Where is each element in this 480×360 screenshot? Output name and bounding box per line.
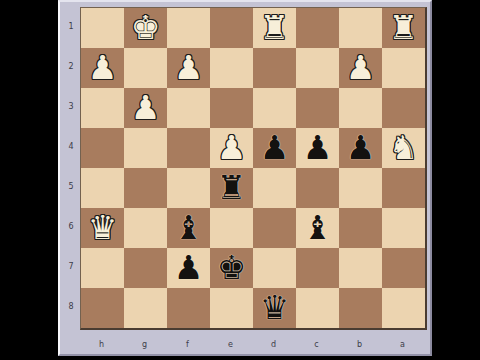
white-queen[interactable]: ♛ xyxy=(88,208,118,248)
square-e1[interactable] xyxy=(210,8,253,48)
square-e7[interactable]: ♚ xyxy=(210,248,253,288)
square-f6[interactable]: ♝ xyxy=(167,208,210,248)
square-g6[interactable] xyxy=(124,208,167,248)
white-pawn[interactable]: ♟ xyxy=(88,48,118,88)
square-c8[interactable] xyxy=(296,288,339,328)
rank-label-3: 3 xyxy=(64,87,78,127)
board-frame: ♚♜♜♟♟♟♟♟♟♟♟♞♜♛♝♝♟♚♛ 12345678 hgfedcba xyxy=(58,0,432,356)
square-f1[interactable] xyxy=(167,8,210,48)
square-g4[interactable] xyxy=(124,128,167,168)
file-label-c: c xyxy=(295,338,338,352)
square-d5[interactable] xyxy=(253,168,296,208)
black-bishop[interactable]: ♝ xyxy=(303,208,333,248)
square-b3[interactable] xyxy=(339,88,382,128)
square-d6[interactable] xyxy=(253,208,296,248)
square-f7[interactable]: ♟ xyxy=(167,248,210,288)
square-g7[interactable] xyxy=(124,248,167,288)
square-c1[interactable] xyxy=(296,8,339,48)
white-king[interactable]: ♚ xyxy=(131,8,161,48)
square-f8[interactable] xyxy=(167,288,210,328)
white-pawn[interactable]: ♟ xyxy=(174,48,204,88)
square-f5[interactable] xyxy=(167,168,210,208)
square-g2[interactable] xyxy=(124,48,167,88)
chess-app-canvas: ♚♜♜♟♟♟♟♟♟♟♟♞♜♛♝♝♟♚♛ 12345678 hgfedcba xyxy=(0,0,480,360)
file-label-b: b xyxy=(338,338,381,352)
square-g1[interactable]: ♚ xyxy=(124,8,167,48)
square-e5[interactable]: ♜ xyxy=(210,168,253,208)
black-king[interactable]: ♚ xyxy=(217,248,247,288)
square-c5[interactable] xyxy=(296,168,339,208)
square-h4[interactable] xyxy=(81,128,124,168)
square-d2[interactable] xyxy=(253,48,296,88)
square-a2[interactable] xyxy=(382,48,425,88)
square-f2[interactable]: ♟ xyxy=(167,48,210,88)
square-g5[interactable] xyxy=(124,168,167,208)
square-d8[interactable]: ♛ xyxy=(253,288,296,328)
square-h6[interactable]: ♛ xyxy=(81,208,124,248)
file-label-e: e xyxy=(209,338,252,352)
file-label-g: g xyxy=(123,338,166,352)
square-b8[interactable] xyxy=(339,288,382,328)
square-c4[interactable]: ♟ xyxy=(296,128,339,168)
rank-label-8: 8 xyxy=(64,287,78,327)
square-c6[interactable]: ♝ xyxy=(296,208,339,248)
square-h7[interactable] xyxy=(81,248,124,288)
square-a8[interactable] xyxy=(382,288,425,328)
square-b2[interactable]: ♟ xyxy=(339,48,382,88)
square-g8[interactable] xyxy=(124,288,167,328)
black-bishop[interactable]: ♝ xyxy=(174,208,204,248)
square-b4[interactable]: ♟ xyxy=(339,128,382,168)
square-e6[interactable] xyxy=(210,208,253,248)
square-e4[interactable]: ♟ xyxy=(210,128,253,168)
square-h3[interactable] xyxy=(81,88,124,128)
square-c3[interactable] xyxy=(296,88,339,128)
square-h2[interactable]: ♟ xyxy=(81,48,124,88)
file-label-a: a xyxy=(381,338,424,352)
black-pawn[interactable]: ♟ xyxy=(174,248,204,288)
square-c2[interactable] xyxy=(296,48,339,88)
file-label-f: f xyxy=(166,338,209,352)
white-pawn[interactable]: ♟ xyxy=(217,128,247,168)
black-rook[interactable]: ♜ xyxy=(217,168,247,208)
square-b6[interactable] xyxy=(339,208,382,248)
square-e2[interactable] xyxy=(210,48,253,88)
rank-label-6: 6 xyxy=(64,207,78,247)
square-h8[interactable] xyxy=(81,288,124,328)
black-queen[interactable]: ♛ xyxy=(260,288,290,328)
square-a6[interactable] xyxy=(382,208,425,248)
rank-label-5: 5 xyxy=(64,167,78,207)
square-g3[interactable]: ♟ xyxy=(124,88,167,128)
chess-board: ♚♜♜♟♟♟♟♟♟♟♟♞♜♛♝♝♟♚♛ xyxy=(80,7,427,330)
square-a1[interactable]: ♜ xyxy=(382,8,425,48)
rank-label-7: 7 xyxy=(64,247,78,287)
square-e8[interactable] xyxy=(210,288,253,328)
file-label-d: d xyxy=(252,338,295,352)
square-a7[interactable] xyxy=(382,248,425,288)
rank-label-2: 2 xyxy=(64,47,78,87)
white-pawn[interactable]: ♟ xyxy=(131,88,161,128)
square-d4[interactable]: ♟ xyxy=(253,128,296,168)
white-pawn[interactable]: ♟ xyxy=(346,48,376,88)
square-f4[interactable] xyxy=(167,128,210,168)
square-f3[interactable] xyxy=(167,88,210,128)
square-c7[interactable] xyxy=(296,248,339,288)
black-pawn[interactable]: ♟ xyxy=(303,128,333,168)
black-pawn[interactable]: ♟ xyxy=(346,128,376,168)
square-a4[interactable]: ♞ xyxy=(382,128,425,168)
rank-label-4: 4 xyxy=(64,127,78,167)
white-knight[interactable]: ♞ xyxy=(389,128,419,168)
square-b7[interactable] xyxy=(339,248,382,288)
square-d1[interactable]: ♜ xyxy=(253,8,296,48)
square-b5[interactable] xyxy=(339,168,382,208)
square-a3[interactable] xyxy=(382,88,425,128)
file-label-h: h xyxy=(80,338,123,352)
black-pawn[interactable]: ♟ xyxy=(260,128,290,168)
white-rook[interactable]: ♜ xyxy=(389,8,419,48)
square-d7[interactable] xyxy=(253,248,296,288)
square-a5[interactable] xyxy=(382,168,425,208)
square-h5[interactable] xyxy=(81,168,124,208)
square-h1[interactable] xyxy=(81,8,124,48)
square-d3[interactable] xyxy=(253,88,296,128)
square-b1[interactable] xyxy=(339,8,382,48)
rank-label-1: 1 xyxy=(64,7,78,47)
white-rook[interactable]: ♜ xyxy=(260,8,290,48)
square-e3[interactable] xyxy=(210,88,253,128)
